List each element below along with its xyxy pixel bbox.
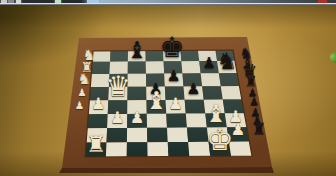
- piece-black-pawn-f5[interactable]: ♟: [187, 82, 201, 98]
- chess-app-window: ♝♚♟♞♟♛♟♟♟♝♟♟♟♝♟♟♜♚ ♞♜♞♟♟♞♝♛♜♟♟♟♟♜: [0, 0, 336, 176]
- piece-white-pawn-a4[interactable]: ♟: [91, 96, 105, 112]
- piece-black-pawn-g7[interactable]: ♟: [202, 56, 216, 71]
- background-object: [330, 52, 336, 63]
- piece-white-pawn-c3[interactable]: ♟: [130, 110, 144, 126]
- piece-black-knight-h7[interactable]: ♞: [217, 49, 238, 72]
- piece-white-queen-b5[interactable]: ♛: [106, 72, 131, 100]
- piece-white-pawn-e4[interactable]: ♟: [169, 96, 183, 112]
- board-front-edge: [59, 167, 274, 173]
- piece-white-king-g1[interactable]: ♚: [206, 125, 233, 155]
- piece-black-bishop-c8[interactable]: ♝: [126, 39, 147, 62]
- piece-white-rook-a1[interactable]: ♜: [86, 133, 106, 156]
- piece-black-king-e8[interactable]: ♚: [160, 34, 185, 62]
- piece-white-pawn-b3[interactable]: ♟: [110, 110, 124, 126]
- piece-black-pawn-e6[interactable]: ♟: [167, 69, 181, 84]
- piece-white-bishop-d4[interactable]: ♝: [145, 89, 167, 113]
